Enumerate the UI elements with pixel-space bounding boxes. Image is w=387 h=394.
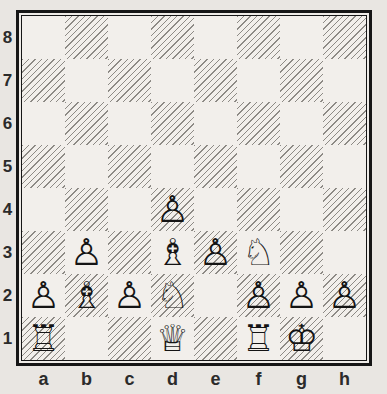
white-bishop: ♗ (151, 231, 194, 274)
rank-label-3: 3 (0, 231, 15, 274)
file-label-f: f (237, 366, 280, 392)
square-f8 (237, 16, 280, 59)
square-h6 (323, 102, 366, 145)
white-pawn: ♙ (237, 274, 280, 317)
white-pawn: ♙ (194, 231, 237, 274)
square-b3: ♙ (65, 231, 108, 274)
square-a2: ♙ (22, 274, 65, 317)
square-c8 (108, 16, 151, 59)
square-h4 (323, 188, 366, 231)
square-e3: ♙ (194, 231, 237, 274)
white-king: ♔ (280, 317, 323, 360)
square-b2: ♗ (65, 274, 108, 317)
rank-label-7: 7 (0, 59, 15, 102)
board-frame: ♙♙♗♙♘♙♗♙♘♙♙♙♖♕♖♔ (16, 10, 372, 366)
file-label-a: a (22, 366, 65, 392)
square-h8 (323, 16, 366, 59)
square-g1: ♔ (280, 317, 323, 360)
rank-label-1: 1 (0, 317, 15, 360)
square-e8 (194, 16, 237, 59)
file-labels: abcdefgh (22, 366, 366, 392)
square-b7 (65, 59, 108, 102)
square-d6 (151, 102, 194, 145)
file-label-e: e (194, 366, 237, 392)
rank-label-4: 4 (0, 188, 15, 231)
square-g7 (280, 59, 323, 102)
square-a6 (22, 102, 65, 145)
white-bishop: ♗ (65, 274, 108, 317)
square-a4 (22, 188, 65, 231)
white-pawn: ♙ (108, 274, 151, 317)
rank-label-8: 8 (0, 16, 15, 59)
square-b6 (65, 102, 108, 145)
square-f2: ♙ (237, 274, 280, 317)
square-e1 (194, 317, 237, 360)
square-h1 (323, 317, 366, 360)
white-pawn: ♙ (22, 274, 65, 317)
file-label-c: c (108, 366, 151, 392)
white-knight: ♘ (151, 274, 194, 317)
square-d4: ♙ (151, 188, 194, 231)
square-a1: ♖ (22, 317, 65, 360)
square-h7 (323, 59, 366, 102)
file-label-b: b (65, 366, 108, 392)
square-d3: ♗ (151, 231, 194, 274)
board-inner-frame: ♙♙♗♙♘♙♗♙♘♙♙♙♖♕♖♔ (21, 15, 367, 361)
chess-diagram: 87654321 ♙♙♗♙♘♙♗♙♘♙♙♙♖♕♖♔ abcdefgh (0, 0, 387, 394)
square-e5 (194, 145, 237, 188)
square-f1: ♖ (237, 317, 280, 360)
white-pawn: ♙ (280, 274, 323, 317)
square-d1: ♕ (151, 317, 194, 360)
square-h5 (323, 145, 366, 188)
square-b4 (65, 188, 108, 231)
white-rook: ♖ (237, 317, 280, 360)
square-g8 (280, 16, 323, 59)
square-f3: ♘ (237, 231, 280, 274)
square-b8 (65, 16, 108, 59)
white-rook: ♖ (22, 317, 65, 360)
file-label-d: d (151, 366, 194, 392)
square-h2: ♙ (323, 274, 366, 317)
square-c7 (108, 59, 151, 102)
white-pawn: ♙ (65, 231, 108, 274)
square-a5 (22, 145, 65, 188)
square-c6 (108, 102, 151, 145)
square-h3 (323, 231, 366, 274)
square-f7 (237, 59, 280, 102)
rank-label-2: 2 (0, 274, 15, 317)
square-d8 (151, 16, 194, 59)
square-f6 (237, 102, 280, 145)
white-pawn: ♙ (323, 274, 366, 317)
square-b1 (65, 317, 108, 360)
square-g5 (280, 145, 323, 188)
board: ♙♙♗♙♘♙♗♙♘♙♙♙♖♕♖♔ (22, 16, 366, 360)
square-c4 (108, 188, 151, 231)
square-a7 (22, 59, 65, 102)
square-c3 (108, 231, 151, 274)
rank-label-5: 5 (0, 145, 15, 188)
white-knight: ♘ (237, 231, 280, 274)
white-pawn: ♙ (151, 188, 194, 231)
square-d2: ♘ (151, 274, 194, 317)
square-g6 (280, 102, 323, 145)
file-label-g: g (280, 366, 323, 392)
square-a8 (22, 16, 65, 59)
square-g3 (280, 231, 323, 274)
square-e4 (194, 188, 237, 231)
file-label-h: h (323, 366, 366, 392)
square-e6 (194, 102, 237, 145)
square-f5 (237, 145, 280, 188)
square-d7 (151, 59, 194, 102)
rank-label-6: 6 (0, 102, 15, 145)
square-g2: ♙ (280, 274, 323, 317)
square-c1 (108, 317, 151, 360)
square-c5 (108, 145, 151, 188)
square-a3 (22, 231, 65, 274)
square-g4 (280, 188, 323, 231)
square-e7 (194, 59, 237, 102)
square-e2 (194, 274, 237, 317)
square-c2: ♙ (108, 274, 151, 317)
rank-labels: 87654321 (0, 16, 15, 360)
white-queen: ♕ (151, 317, 194, 360)
square-d5 (151, 145, 194, 188)
square-b5 (65, 145, 108, 188)
square-f4 (237, 188, 280, 231)
